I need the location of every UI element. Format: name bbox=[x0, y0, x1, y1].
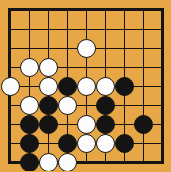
white-stone: ● bbox=[96, 134, 115, 153]
white-stone-glyph: ● bbox=[23, 96, 34, 115]
white-stone-glyph: ● bbox=[99, 77, 110, 96]
white-stone: ● bbox=[20, 96, 39, 115]
white-stone: ● bbox=[77, 134, 96, 153]
white-stone-glyph: ● bbox=[80, 39, 91, 58]
black-stone: ● bbox=[96, 115, 115, 134]
black-stone-glyph: ● bbox=[99, 96, 110, 115]
white-stone-glyph: ● bbox=[23, 58, 34, 77]
go-board: ●●●●●●●●●●●●●●●●●●●●●●●●●● bbox=[0, 0, 171, 171]
black-stone-glyph: ● bbox=[23, 134, 34, 153]
white-stone: ● bbox=[39, 77, 58, 96]
white-stone: ● bbox=[96, 77, 115, 96]
white-stone-glyph: ● bbox=[42, 58, 53, 77]
black-stone-glyph: ● bbox=[42, 115, 53, 134]
black-stone: ● bbox=[115, 134, 134, 153]
white-stone-glyph: ● bbox=[80, 115, 91, 134]
black-stone: ● bbox=[20, 134, 39, 153]
white-stone-glyph: ● bbox=[42, 153, 53, 172]
white-stone: ● bbox=[77, 77, 96, 96]
black-stone: ● bbox=[58, 77, 77, 96]
white-stone: ● bbox=[77, 115, 96, 134]
white-stone: ● bbox=[1, 77, 20, 96]
black-stone: ● bbox=[39, 115, 58, 134]
white-stone: ● bbox=[58, 96, 77, 115]
white-stone-glyph: ● bbox=[80, 77, 91, 96]
black-stone: ● bbox=[58, 134, 77, 153]
white-stone: ● bbox=[77, 39, 96, 58]
black-stone: ● bbox=[134, 115, 153, 134]
black-stone: ● bbox=[20, 153, 39, 172]
white-stone-glyph: ● bbox=[61, 96, 72, 115]
black-stone: ● bbox=[96, 96, 115, 115]
white-stone-glyph: ● bbox=[80, 134, 91, 153]
black-stone-glyph: ● bbox=[23, 153, 34, 172]
black-stone-glyph: ● bbox=[42, 96, 53, 115]
white-stone-glyph: ● bbox=[61, 153, 72, 172]
black-stone-glyph: ● bbox=[23, 115, 34, 134]
black-stone: ● bbox=[39, 96, 58, 115]
white-stone-glyph: ● bbox=[42, 77, 53, 96]
white-stone: ● bbox=[20, 58, 39, 77]
grid-line-vertical bbox=[143, 10, 144, 162]
black-stone: ● bbox=[115, 77, 134, 96]
white-stone-glyph: ● bbox=[4, 77, 15, 96]
black-stone-glyph: ● bbox=[137, 115, 148, 134]
black-stone-glyph: ● bbox=[99, 115, 110, 134]
black-stone: ● bbox=[20, 115, 39, 134]
white-stone: ● bbox=[39, 58, 58, 77]
go-diagram: ●●●●●●●●●●●●●●●●●●●●●●●●●● bbox=[0, 0, 171, 171]
white-stone: ● bbox=[58, 153, 77, 172]
white-stone-glyph: ● bbox=[99, 134, 110, 153]
black-stone-glyph: ● bbox=[61, 77, 72, 96]
black-stone-glyph: ● bbox=[118, 134, 129, 153]
black-stone-glyph: ● bbox=[118, 77, 129, 96]
white-stone: ● bbox=[39, 153, 58, 172]
black-stone-glyph: ● bbox=[61, 134, 72, 153]
